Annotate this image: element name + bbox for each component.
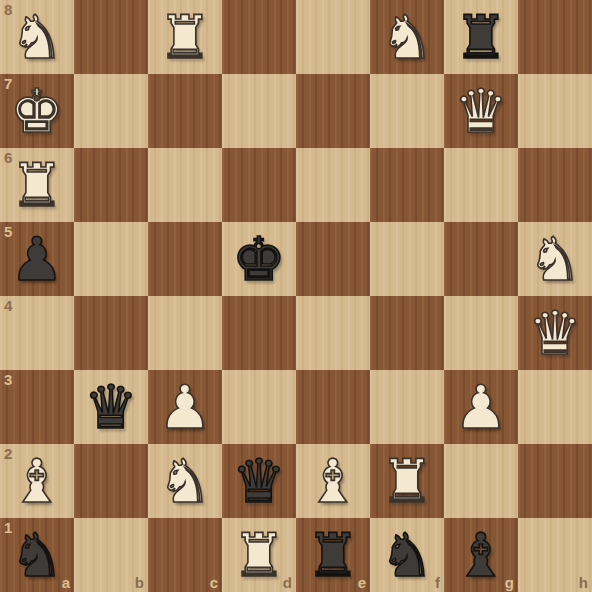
square-b1[interactable]: b (74, 518, 148, 592)
square-h6[interactable] (518, 148, 592, 222)
square-d2[interactable]: ♛ (222, 444, 296, 518)
square-a7[interactable]: 7♚ (0, 74, 74, 148)
square-d7[interactable] (222, 74, 296, 148)
square-e1[interactable]: e♜ (296, 518, 370, 592)
piece-black-rook-g8[interactable]: ♜ (444, 0, 518, 74)
square-g3[interactable]: ♟ (444, 370, 518, 444)
square-f4[interactable] (370, 296, 444, 370)
square-a4[interactable]: 4 (0, 296, 74, 370)
piece-white-rook-d1[interactable]: ♜ (222, 518, 296, 592)
square-b3[interactable]: ♛ (74, 370, 148, 444)
square-f1[interactable]: f♞ (370, 518, 444, 592)
square-h2[interactable] (518, 444, 592, 518)
square-c5[interactable] (148, 222, 222, 296)
square-b2[interactable] (74, 444, 148, 518)
square-h4[interactable]: ♛ (518, 296, 592, 370)
piece-white-pawn-c3[interactable]: ♟ (148, 370, 222, 444)
rank-label-3: 3 (4, 372, 12, 387)
piece-black-king-d5[interactable]: ♚ (222, 222, 296, 296)
piece-white-bishop-a2[interactable]: ♝ (0, 444, 74, 518)
square-b8[interactable] (74, 0, 148, 74)
square-g8[interactable]: ♜ (444, 0, 518, 74)
square-c1[interactable]: c (148, 518, 222, 592)
piece-black-knight-a1[interactable]: ♞ (0, 518, 74, 592)
square-e2[interactable]: ♝ (296, 444, 370, 518)
piece-black-pawn-a5[interactable]: ♟ (0, 222, 74, 296)
square-d6[interactable] (222, 148, 296, 222)
piece-white-rook-c8[interactable]: ♜ (148, 0, 222, 74)
square-f8[interactable]: ♞ (370, 0, 444, 74)
square-d1[interactable]: d♜ (222, 518, 296, 592)
piece-white-queen-g7[interactable]: ♛ (444, 74, 518, 148)
square-g6[interactable] (444, 148, 518, 222)
piece-white-king-a7[interactable]: ♚ (0, 74, 74, 148)
square-a5[interactable]: 5♟ (0, 222, 74, 296)
square-e3[interactable] (296, 370, 370, 444)
square-h1[interactable]: h (518, 518, 592, 592)
square-c8[interactable]: ♜ (148, 0, 222, 74)
square-a8[interactable]: 8♞ (0, 0, 74, 74)
square-b7[interactable] (74, 74, 148, 148)
square-f2[interactable]: ♜ (370, 444, 444, 518)
square-g2[interactable] (444, 444, 518, 518)
square-g5[interactable] (444, 222, 518, 296)
square-f5[interactable] (370, 222, 444, 296)
file-label-b: b (135, 575, 144, 590)
square-c4[interactable] (148, 296, 222, 370)
square-h3[interactable] (518, 370, 592, 444)
piece-black-queen-b3[interactable]: ♛ (74, 370, 148, 444)
square-a3[interactable]: 3 (0, 370, 74, 444)
square-e6[interactable] (296, 148, 370, 222)
square-b6[interactable] (74, 148, 148, 222)
chess-board: 8♞♜♞♜7♚♛6♜5♟♚♞4♛3♛♟♟2♝♞♛♝♜1a♞bcd♜e♜f♞g♝h (0, 0, 592, 592)
square-h8[interactable] (518, 0, 592, 74)
square-e8[interactable] (296, 0, 370, 74)
square-g1[interactable]: g♝ (444, 518, 518, 592)
square-c7[interactable] (148, 74, 222, 148)
piece-white-knight-c2[interactable]: ♞ (148, 444, 222, 518)
piece-white-queen-h4[interactable]: ♛ (518, 296, 592, 370)
rank-label-4: 4 (4, 298, 12, 313)
square-c6[interactable] (148, 148, 222, 222)
square-b5[interactable] (74, 222, 148, 296)
square-d3[interactable] (222, 370, 296, 444)
square-b4[interactable] (74, 296, 148, 370)
square-d5[interactable]: ♚ (222, 222, 296, 296)
piece-white-knight-f8[interactable]: ♞ (370, 0, 444, 74)
square-f7[interactable] (370, 74, 444, 148)
piece-white-rook-f2[interactable]: ♜ (370, 444, 444, 518)
square-d8[interactable] (222, 0, 296, 74)
square-e5[interactable] (296, 222, 370, 296)
square-g4[interactable] (444, 296, 518, 370)
piece-black-bishop-g1[interactable]: ♝ (444, 518, 518, 592)
square-a1[interactable]: 1a♞ (0, 518, 74, 592)
square-g7[interactable]: ♛ (444, 74, 518, 148)
piece-white-bishop-e2[interactable]: ♝ (296, 444, 370, 518)
piece-white-pawn-g3[interactable]: ♟ (444, 370, 518, 444)
piece-black-queen-d2[interactable]: ♛ (222, 444, 296, 518)
square-c3[interactable]: ♟ (148, 370, 222, 444)
piece-black-knight-f1[interactable]: ♞ (370, 518, 444, 592)
piece-white-rook-a6[interactable]: ♜ (0, 148, 74, 222)
square-h5[interactable]: ♞ (518, 222, 592, 296)
square-f3[interactable] (370, 370, 444, 444)
square-e4[interactable] (296, 296, 370, 370)
square-a6[interactable]: 6♜ (0, 148, 74, 222)
piece-black-rook-e1[interactable]: ♜ (296, 518, 370, 592)
piece-white-knight-a8[interactable]: ♞ (0, 0, 74, 74)
square-h7[interactable] (518, 74, 592, 148)
file-label-h: h (579, 575, 588, 590)
piece-white-knight-h5[interactable]: ♞ (518, 222, 592, 296)
square-e7[interactable] (296, 74, 370, 148)
square-c2[interactable]: ♞ (148, 444, 222, 518)
square-f6[interactable] (370, 148, 444, 222)
file-label-c: c (210, 575, 218, 590)
square-a2[interactable]: 2♝ (0, 444, 74, 518)
square-d4[interactable] (222, 296, 296, 370)
